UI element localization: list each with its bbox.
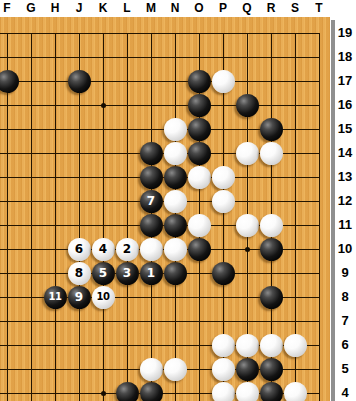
go-stone-white-P12[interactable] — [212, 190, 235, 213]
go-stone-black-N9[interactable] — [164, 262, 187, 285]
column-label-K: K — [91, 1, 115, 16]
go-stone-white-O13[interactable] — [188, 166, 211, 189]
column-label-L: L — [115, 1, 139, 16]
row-label-5: 5 — [335, 357, 355, 381]
column-label-O: O — [187, 1, 211, 16]
go-stone-black-M12[interactable]: 7 — [140, 190, 163, 213]
row-label-16: 16 — [335, 93, 355, 117]
go-stone-white-P4[interactable] — [212, 382, 235, 401]
row-label-17: 17 — [335, 69, 355, 93]
go-stone-black-O15[interactable] — [188, 118, 211, 141]
move-number-label: 5 — [99, 267, 107, 279]
go-stone-white-P17[interactable] — [212, 70, 235, 93]
go-stone-black-R4[interactable] — [260, 382, 283, 401]
go-stone-black-J17[interactable] — [68, 70, 91, 93]
grid-hline-7 — [0, 321, 320, 322]
go-stone-white-K10[interactable]: 4 — [92, 238, 115, 261]
grid-hline-17 — [0, 81, 320, 82]
go-stone-white-P13[interactable] — [212, 166, 235, 189]
go-stone-black-O16[interactable] — [188, 94, 211, 117]
go-stone-black-N11[interactable] — [164, 214, 187, 237]
move-number-label: 1 — [147, 267, 155, 279]
go-stone-white-Q6[interactable] — [236, 334, 259, 357]
row-label-19: 19 — [335, 21, 355, 45]
go-stone-white-M5[interactable] — [140, 358, 163, 381]
column-label-J: J — [67, 1, 91, 16]
go-stone-black-R10[interactable] — [260, 238, 283, 261]
column-label-T: T — [307, 1, 331, 16]
star-point-K16 — [101, 103, 106, 108]
move-number-label: 3 — [123, 267, 131, 279]
grid-hline-16 — [0, 105, 320, 106]
go-stone-white-L10[interactable]: 2 — [116, 238, 139, 261]
row-label-15: 15 — [335, 117, 355, 141]
go-stone-black-M4[interactable] — [140, 382, 163, 401]
move-number-label: 2 — [123, 243, 131, 255]
move-number-label: 7 — [147, 195, 155, 207]
grid-vline-L — [127, 33, 128, 401]
go-stone-black-K9[interactable]: 5 — [92, 262, 115, 285]
column-label-Q: Q — [235, 1, 259, 16]
go-stone-black-L9[interactable]: 3 — [116, 262, 139, 285]
column-label-P: P — [211, 1, 235, 16]
go-stone-white-S6[interactable] — [284, 334, 307, 357]
go-stone-black-R8[interactable] — [260, 286, 283, 309]
row-labels: 19181716151413121110987654 — [335, 0, 356, 401]
go-stone-black-O10[interactable] — [188, 238, 211, 261]
go-stone-white-Q14[interactable] — [236, 142, 259, 165]
go-stone-white-O11[interactable] — [188, 214, 211, 237]
go-stone-white-N5[interactable] — [164, 358, 187, 381]
row-label-4: 4 — [335, 381, 355, 401]
row-label-13: 13 — [335, 165, 355, 189]
go-stone-black-O17[interactable] — [188, 70, 211, 93]
column-label-M: M — [139, 1, 163, 16]
go-stone-white-N10[interactable] — [164, 238, 187, 261]
go-stone-black-L4[interactable] — [116, 382, 139, 401]
row-label-11: 11 — [335, 213, 355, 237]
go-stone-black-M9[interactable]: 1 — [140, 262, 163, 285]
go-stone-white-J9[interactable]: 8 — [68, 262, 91, 285]
go-stone-black-N13[interactable] — [164, 166, 187, 189]
column-labels: FGHJKLMNOPQRST — [0, 0, 356, 17]
grid-hline-18 — [0, 57, 320, 58]
go-stone-white-P6[interactable] — [212, 334, 235, 357]
go-stone-white-R11[interactable] — [260, 214, 283, 237]
grid-vline-H — [55, 33, 56, 401]
grid-vline-T — [319, 33, 320, 401]
row-label-7: 7 — [335, 309, 355, 333]
grid-vline-G — [31, 33, 32, 401]
row-label-14: 14 — [335, 141, 355, 165]
go-stone-black-Q5[interactable] — [236, 358, 259, 381]
go-board[interactable]: 7531119642810 — [0, 17, 330, 401]
column-label-F: F — [0, 1, 19, 16]
go-stone-white-N15[interactable] — [164, 118, 187, 141]
column-label-N: N — [163, 1, 187, 16]
go-stone-white-N12[interactable] — [164, 190, 187, 213]
go-stone-white-M10[interactable] — [140, 238, 163, 261]
star-point-Q10 — [245, 247, 250, 252]
move-number-label: 4 — [99, 243, 107, 255]
go-stone-black-R5[interactable] — [260, 358, 283, 381]
go-stone-black-M13[interactable] — [140, 166, 163, 189]
go-stone-black-F17[interactable] — [0, 70, 19, 93]
move-number-label: 11 — [49, 292, 62, 302]
star-point-K4 — [101, 391, 106, 396]
go-stone-white-S4[interactable] — [284, 382, 307, 401]
column-label-H: H — [43, 1, 67, 16]
go-stone-white-Q11[interactable] — [236, 214, 259, 237]
column-label-R: R — [259, 1, 283, 16]
go-stone-white-J10[interactable]: 6 — [68, 238, 91, 261]
row-label-12: 12 — [335, 189, 355, 213]
grid-hline-19 — [0, 33, 320, 34]
row-label-8: 8 — [335, 285, 355, 309]
row-label-9: 9 — [335, 261, 355, 285]
go-stone-black-R15[interactable] — [260, 118, 283, 141]
row-label-10: 10 — [335, 237, 355, 261]
column-label-G: G — [19, 1, 43, 16]
row-label-18: 18 — [335, 45, 355, 69]
go-stone-white-R6[interactable] — [260, 334, 283, 357]
move-number-label: 8 — [75, 267, 83, 279]
go-diagram-stage: FGHJKLMNOPQRST 7531119642810 19181716151… — [0, 0, 356, 401]
move-number-label: 6 — [75, 243, 83, 255]
move-number-label: 9 — [75, 291, 83, 303]
go-stone-black-O14[interactable] — [188, 142, 211, 165]
move-number-label: 10 — [97, 292, 110, 302]
go-stone-white-K8[interactable]: 10 — [92, 286, 115, 309]
column-label-S: S — [283, 1, 307, 16]
go-stone-white-N14[interactable] — [164, 142, 187, 165]
go-stone-black-Q16[interactable] — [236, 94, 259, 117]
go-stone-black-P9[interactable] — [212, 262, 235, 285]
go-stone-black-H8[interactable]: 11 — [44, 286, 67, 309]
go-stone-white-R14[interactable] — [260, 142, 283, 165]
go-stone-black-M11[interactable] — [140, 214, 163, 237]
row-label-6: 6 — [335, 333, 355, 357]
go-stone-black-J8[interactable]: 9 — [68, 286, 91, 309]
go-stone-white-P5[interactable] — [212, 358, 235, 381]
grid-vline-K — [103, 33, 104, 401]
go-stone-white-Q4[interactable] — [236, 382, 259, 401]
go-stone-black-M14[interactable] — [140, 142, 163, 165]
